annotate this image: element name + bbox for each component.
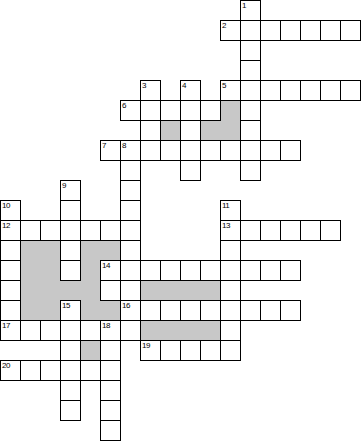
clue-number: 6 [122,101,126,110]
crossword-cell[interactable] [120,160,141,181]
crossword-cell[interactable] [0,300,21,321]
clue-number: 18 [102,321,110,330]
crossword-cell[interactable] [240,160,261,181]
crossword-cell[interactable] [100,220,121,241]
crossword-cell[interactable] [280,300,301,321]
crossword-cell[interactable] [280,140,301,161]
crossword-cell[interactable] [260,260,281,281]
crossword-cell[interactable] [200,140,221,161]
crossword-cell[interactable] [160,340,181,361]
crossword-cell[interactable] [0,240,21,261]
crossword-cell[interactable] [100,380,121,401]
blocked-cell [80,300,101,321]
crossword-cell[interactable] [300,80,321,101]
crossword-cell[interactable] [20,220,41,241]
crossword-cell[interactable] [280,220,301,241]
crossword-cell[interactable] [60,260,81,281]
crossword-cell[interactable] [220,260,241,281]
crossword-cell[interactable] [200,340,221,361]
crossword-cell[interactable] [140,120,161,141]
crossword-cell[interactable]: 5 [220,80,241,101]
clue-number: 3 [142,81,146,90]
clue-number: 19 [142,341,150,350]
crossword-cell[interactable] [0,260,21,281]
crossword-cell[interactable] [100,280,121,301]
crossword-cell[interactable]: 1 [240,0,261,21]
clue-number: 13 [222,221,230,230]
crossword-cell[interactable] [260,220,281,241]
crossword-cell[interactable]: 8 [120,140,141,161]
blocked-cell [220,100,241,121]
clue-number: 8 [122,141,126,150]
crossword-cell[interactable] [160,260,181,281]
blocked-cell [20,300,41,321]
blocked-cell [200,280,221,301]
crossword-cell[interactable] [60,200,81,221]
crossword-cell[interactable]: 9 [60,180,81,201]
crossword-cell[interactable]: 6 [120,100,141,121]
crossword-cell[interactable] [220,320,241,341]
crossword-cell[interactable] [20,360,41,381]
crossword-cell[interactable] [240,120,261,141]
crossword-cell[interactable] [60,220,81,241]
clue-number: 1 [242,1,246,10]
crossword-cell[interactable] [80,360,101,381]
crossword-cell[interactable] [60,400,81,421]
blocked-cell [180,320,201,341]
crossword-cell[interactable] [180,100,201,121]
clue-number: 7 [102,141,106,150]
crossword-cell[interactable]: 16 [120,300,141,321]
crossword-cell[interactable] [140,100,161,121]
blocked-cell [20,260,41,281]
crossword-cell[interactable] [160,140,181,161]
crossword-cell[interactable]: 11 [220,200,241,221]
crossword-cell[interactable] [320,20,341,41]
crossword-cell[interactable] [220,240,241,261]
clue-number: 14 [102,261,110,270]
crossword-cell[interactable] [0,280,21,301]
crossword-cell[interactable] [60,340,81,361]
crossword-cell[interactable] [260,300,281,321]
blocked-cell [80,260,101,281]
crossword-cell[interactable] [140,260,161,281]
crossword-cell[interactable] [40,220,61,241]
blocked-cell [40,300,61,321]
blocked-cell [80,340,101,361]
crossword-cell[interactable]: 3 [140,80,161,101]
clue-number: 16 [122,301,130,310]
crossword-cell[interactable] [20,320,41,341]
crossword-cell[interactable] [180,140,201,161]
blocked-cell [200,120,221,141]
crossword-cell[interactable] [180,260,201,281]
crossword-cell[interactable] [300,220,321,241]
crossword-cell[interactable] [60,320,81,341]
crossword-cell[interactable]: 4 [180,80,201,101]
crossword-cell[interactable]: 20 [0,360,21,381]
blocked-cell [20,240,41,261]
blocked-cell [20,280,41,301]
clue-number: 11 [222,201,229,210]
clue-number: 12 [2,221,10,230]
crossword-cell[interactable] [320,220,341,241]
blocked-cell [200,320,221,341]
blocked-cell [160,280,181,301]
crossword-cell[interactable] [140,140,161,161]
crossword-cell[interactable]: 7 [100,140,121,161]
crossword-cell[interactable] [160,300,181,321]
crossword-cell[interactable] [240,80,261,101]
clue-number: 20 [2,361,10,370]
crossword-cell[interactable] [240,260,261,281]
crossword-cell[interactable] [120,280,141,301]
crossword-cell[interactable] [260,80,281,101]
clue-number: 15 [62,301,70,310]
crossword-cell[interactable] [60,360,81,381]
crossword-cell[interactable] [120,220,141,241]
crossword-cell[interactable] [320,80,341,101]
blocked-cell [80,240,101,261]
crossword-cell[interactable] [40,360,61,381]
crossword-cell[interactable] [220,300,241,321]
crossword-cell[interactable] [280,80,301,101]
crossword-cell[interactable] [240,20,261,41]
crossword-cell[interactable] [280,260,301,281]
blocked-cell [100,240,121,261]
crossword-cell[interactable] [260,140,281,161]
clue-number: 17 [2,321,10,330]
clue-number: 9 [62,181,66,190]
crossword-cell[interactable] [100,360,121,381]
crossword-cell[interactable] [60,240,81,261]
crossword-cell[interactable] [200,260,221,281]
crossword-cell[interactable]: 13 [220,220,241,241]
crossword-cell[interactable] [220,340,241,361]
blocked-cell [180,280,201,301]
blocked-cell [140,280,161,301]
crossword-cell[interactable] [280,20,301,41]
crossword-cell[interactable] [340,80,361,101]
crossword-cell[interactable] [100,400,121,421]
blocked-cell [220,120,241,141]
crossword-cell[interactable] [100,420,121,441]
clue-number: 2 [222,21,226,30]
crossword-cell[interactable] [180,300,201,321]
crossword-cell[interactable] [240,220,261,241]
crossword-cell[interactable] [180,120,201,141]
clue-number: 4 [182,81,186,90]
crossword-cell[interactable]: 17 [0,320,21,341]
crossword-cell[interactable] [160,100,181,121]
crossword-board: 1234567891011121314151617181920 [0,0,361,441]
crossword-cell[interactable] [200,100,221,121]
crossword-cell[interactable] [180,340,201,361]
crossword-cell[interactable] [80,220,101,241]
blocked-cell [60,280,81,301]
crossword-cell[interactable] [220,280,241,301]
crossword-cell[interactable] [240,60,261,81]
crossword-cell[interactable] [220,140,241,161]
blocked-cell [160,120,181,141]
blocked-cell [40,280,61,301]
blocked-cell [40,260,61,281]
crossword-cell[interactable]: 19 [140,340,161,361]
blocked-cell [160,320,181,341]
crossword-cell[interactable] [60,380,81,401]
blocked-cell [80,280,101,301]
crossword-cell[interactable] [180,160,201,181]
blocked-cell [40,240,61,261]
blocked-cell [100,300,121,321]
crossword-cell[interactable] [100,340,121,361]
crossword-cell[interactable] [140,300,161,321]
crossword-cell[interactable] [120,320,141,341]
crossword-cell[interactable]: 2 [220,20,241,41]
crossword-cell[interactable]: 14 [100,260,121,281]
blocked-cell [140,320,161,341]
clue-number: 10 [2,201,10,210]
crossword-cell[interactable] [240,100,261,121]
crossword-cell[interactable] [200,300,221,321]
crossword-cell[interactable] [80,320,101,341]
crossword-cell[interactable] [240,140,261,161]
crossword-cell[interactable] [260,20,281,41]
crossword-cell[interactable]: 12 [0,220,21,241]
crossword-cell[interactable] [120,240,141,261]
crossword-cell[interactable]: 15 [60,300,81,321]
crossword-cell[interactable] [40,320,61,341]
crossword-cell[interactable]: 18 [100,320,121,341]
crossword-cell[interactable] [120,200,141,221]
crossword-cell[interactable] [120,180,141,201]
crossword-cell[interactable] [300,20,321,41]
crossword-cell[interactable] [240,40,261,61]
crossword-cell[interactable]: 10 [0,200,21,221]
clue-number: 5 [222,81,226,90]
crossword-cell[interactable] [240,300,261,321]
crossword-cell[interactable] [120,260,141,281]
crossword-cell[interactable] [340,20,361,41]
